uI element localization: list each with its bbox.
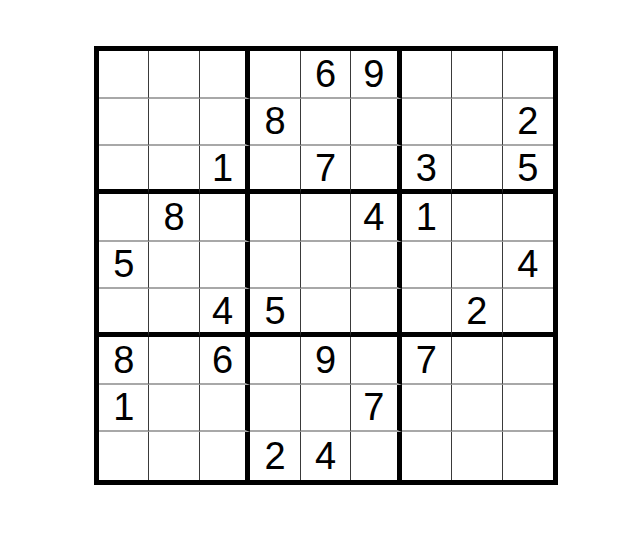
cell-r5c4-empty[interactable] (250, 242, 300, 290)
cell-r1c4-empty[interactable] (250, 51, 300, 99)
cell-r3c8-empty[interactable] (452, 146, 502, 194)
cell-r5c7-empty[interactable] (402, 242, 452, 290)
cell-r4c5-empty[interactable] (301, 194, 351, 242)
cell-r6c7-empty[interactable] (402, 289, 452, 337)
cell-r7c5-given[interactable]: 9 (301, 337, 351, 385)
cell-r2c6-empty[interactable] (351, 99, 401, 147)
cell-r4c2-given[interactable]: 8 (149, 194, 199, 242)
cell-r1c1-empty[interactable] (99, 51, 149, 99)
cell-r9c8-empty[interactable] (452, 432, 502, 480)
cell-r8c4-empty[interactable] (250, 385, 300, 433)
cell-r7c1-given[interactable]: 8 (99, 337, 149, 385)
cell-r2c1-empty[interactable] (99, 99, 149, 147)
cell-r5c9-given[interactable]: 4 (503, 242, 553, 290)
cell-r3c7-given[interactable]: 3 (402, 146, 452, 194)
cell-r7c7-given[interactable]: 7 (402, 337, 452, 385)
cell-r3c2-empty[interactable] (149, 146, 199, 194)
cell-r1c2-empty[interactable] (149, 51, 199, 99)
cell-r8c1-given[interactable]: 1 (99, 385, 149, 433)
cell-r5c5-empty[interactable] (301, 242, 351, 290)
cell-r9c2-empty[interactable] (149, 432, 199, 480)
cell-r4c6-given[interactable]: 4 (351, 194, 401, 242)
cell-r4c7-given[interactable]: 1 (402, 194, 452, 242)
cell-r7c3-given[interactable]: 6 (200, 337, 250, 385)
cell-r6c3-given[interactable]: 4 (200, 289, 250, 337)
cell-r9c5-given[interactable]: 4 (301, 432, 351, 480)
cell-r1c9-empty[interactable] (503, 51, 553, 99)
cell-r5c3-empty[interactable] (200, 242, 250, 290)
cell-r1c6-given[interactable]: 9 (351, 51, 401, 99)
sudoku-board: 698217358415445286971724 (94, 46, 558, 485)
cell-r9c7-empty[interactable] (402, 432, 452, 480)
cell-r7c4-empty[interactable] (250, 337, 300, 385)
cell-r5c6-empty[interactable] (351, 242, 401, 290)
cell-r7c6-empty[interactable] (351, 337, 401, 385)
cell-r5c2-empty[interactable] (149, 242, 199, 290)
cell-r8c9-empty[interactable] (503, 385, 553, 433)
cell-r7c8-empty[interactable] (452, 337, 502, 385)
cell-r4c3-empty[interactable] (200, 194, 250, 242)
cell-r3c6-empty[interactable] (351, 146, 401, 194)
cell-r3c5-given[interactable]: 7 (301, 146, 351, 194)
cell-r2c5-empty[interactable] (301, 99, 351, 147)
cell-r3c9-given[interactable]: 5 (503, 146, 553, 194)
cell-r8c3-empty[interactable] (200, 385, 250, 433)
cell-r7c9-empty[interactable] (503, 337, 553, 385)
cell-r3c1-empty[interactable] (99, 146, 149, 194)
cell-r2c7-empty[interactable] (402, 99, 452, 147)
cell-r2c9-given[interactable]: 2 (503, 99, 553, 147)
cell-r8c7-empty[interactable] (402, 385, 452, 433)
cell-r6c6-empty[interactable] (351, 289, 401, 337)
cell-r5c8-empty[interactable] (452, 242, 502, 290)
cell-r6c8-given[interactable]: 2 (452, 289, 502, 337)
cell-r9c1-empty[interactable] (99, 432, 149, 480)
cell-r1c3-empty[interactable] (200, 51, 250, 99)
cell-r4c9-empty[interactable] (503, 194, 553, 242)
cell-r1c8-empty[interactable] (452, 51, 502, 99)
cell-r9c6-empty[interactable] (351, 432, 401, 480)
cell-r6c2-empty[interactable] (149, 289, 199, 337)
cell-r2c8-empty[interactable] (452, 99, 502, 147)
cell-r4c4-empty[interactable] (250, 194, 300, 242)
cell-r9c4-given[interactable]: 2 (250, 432, 300, 480)
cell-r9c3-empty[interactable] (200, 432, 250, 480)
cell-r9c9-empty[interactable] (503, 432, 553, 480)
cell-r6c1-empty[interactable] (99, 289, 149, 337)
cell-r7c2-empty[interactable] (149, 337, 199, 385)
cell-r6c9-empty[interactable] (503, 289, 553, 337)
cell-r8c2-empty[interactable] (149, 385, 199, 433)
cell-r2c2-empty[interactable] (149, 99, 199, 147)
cell-r3c3-given[interactable]: 1 (200, 146, 250, 194)
cell-r4c1-empty[interactable] (99, 194, 149, 242)
cell-r6c5-empty[interactable] (301, 289, 351, 337)
cell-r8c8-empty[interactable] (452, 385, 502, 433)
cell-r3c4-empty[interactable] (250, 146, 300, 194)
cell-r1c7-empty[interactable] (402, 51, 452, 99)
cell-r8c5-empty[interactable] (301, 385, 351, 433)
cell-r1c5-given[interactable]: 6 (301, 51, 351, 99)
cell-r2c4-given[interactable]: 8 (250, 99, 300, 147)
cell-r8c6-given[interactable]: 7 (351, 385, 401, 433)
cell-r2c3-empty[interactable] (200, 99, 250, 147)
cell-r4c8-empty[interactable] (452, 194, 502, 242)
cell-r6c4-given[interactable]: 5 (250, 289, 300, 337)
cell-r5c1-given[interactable]: 5 (99, 242, 149, 290)
